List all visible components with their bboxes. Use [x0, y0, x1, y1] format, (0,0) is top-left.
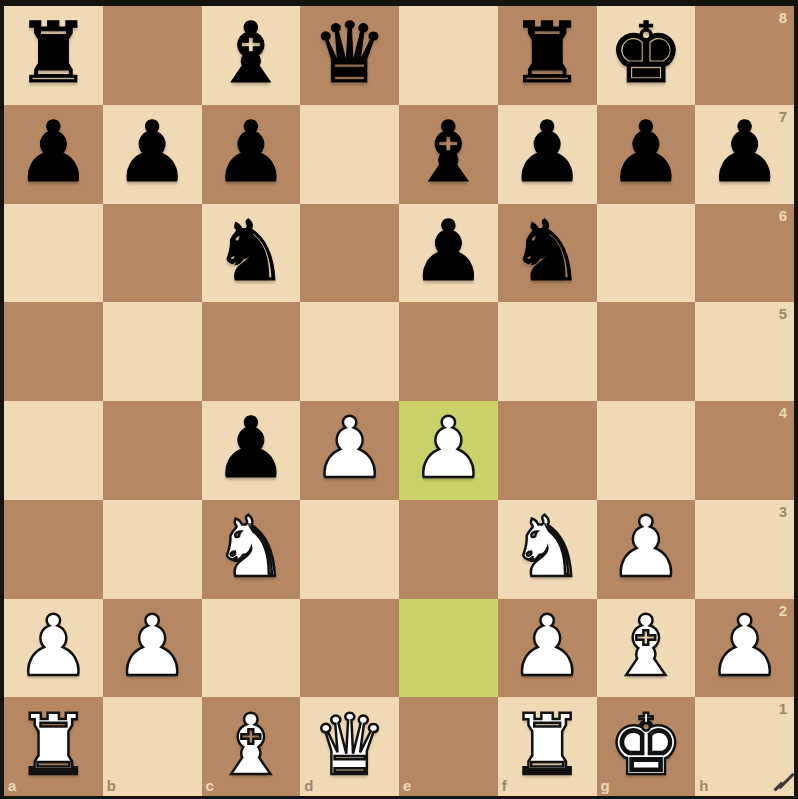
square-a4[interactable]	[4, 401, 103, 500]
white-pawn[interactable]: ♟	[300, 401, 399, 500]
black-pawn[interactable]: ♟	[202, 401, 301, 500]
square-a1[interactable]: ♜a	[4, 697, 103, 796]
white-pawn[interactable]: ♟	[498, 599, 597, 698]
square-c3[interactable]: ♞	[202, 500, 301, 599]
square-h5[interactable]: 5	[695, 302, 794, 401]
square-f6[interactable]: ♞	[498, 204, 597, 303]
black-queen[interactable]: ♛	[300, 6, 399, 105]
rank-label-1: 1	[779, 701, 787, 716]
window-frame: ♜♝♛♜♚8♟♟♟♝♟♟♟7♞♟♞65♟♟♟4♞♞♟3♟♟♟♝♟2♜ab♝c♛d…	[0, 0, 798, 799]
white-pawn[interactable]: ♟	[597, 500, 696, 599]
square-b1[interactable]: b	[103, 697, 202, 796]
square-d1[interactable]: ♛d	[300, 697, 399, 796]
square-f4[interactable]	[498, 401, 597, 500]
square-c6[interactable]: ♞	[202, 204, 301, 303]
square-b7[interactable]: ♟	[103, 105, 202, 204]
black-pawn[interactable]: ♟	[399, 204, 498, 303]
black-pawn[interactable]: ♟	[597, 105, 696, 204]
white-pawn[interactable]: ♟	[103, 599, 202, 698]
square-c5[interactable]	[202, 302, 301, 401]
square-b6[interactable]	[103, 204, 202, 303]
square-h3[interactable]: 3	[695, 500, 794, 599]
black-pawn[interactable]: ♟	[498, 105, 597, 204]
file-label-e: e	[403, 778, 411, 793]
black-rook[interactable]: ♜	[4, 6, 103, 105]
square-a2[interactable]: ♟	[4, 599, 103, 698]
file-label-h: h	[699, 778, 708, 793]
resize-handle-icon[interactable]	[768, 768, 792, 792]
black-pawn[interactable]: ♟	[202, 105, 301, 204]
white-pawn[interactable]: ♟	[399, 401, 498, 500]
black-knight[interactable]: ♞	[498, 204, 597, 303]
square-e4[interactable]: ♟	[399, 401, 498, 500]
square-d2[interactable]	[300, 599, 399, 698]
square-a5[interactable]	[4, 302, 103, 401]
square-b3[interactable]	[103, 500, 202, 599]
square-f5[interactable]	[498, 302, 597, 401]
black-pawn[interactable]: ♟	[103, 105, 202, 204]
square-g1[interactable]: ♚g	[597, 697, 696, 796]
white-king[interactable]: ♚	[597, 697, 696, 796]
square-h7[interactable]: ♟7	[695, 105, 794, 204]
black-pawn[interactable]: ♟	[695, 105, 794, 204]
black-king[interactable]: ♚	[597, 6, 696, 105]
square-h2[interactable]: ♟2	[695, 599, 794, 698]
square-e1[interactable]: e	[399, 697, 498, 796]
square-a8[interactable]: ♜	[4, 6, 103, 105]
rank-label-3: 3	[779, 504, 787, 519]
square-d7[interactable]	[300, 105, 399, 204]
square-e5[interactable]	[399, 302, 498, 401]
square-g4[interactable]	[597, 401, 696, 500]
square-h8[interactable]: 8	[695, 6, 794, 105]
square-h6[interactable]: 6	[695, 204, 794, 303]
white-bishop[interactable]: ♝	[202, 697, 301, 796]
square-a6[interactable]	[4, 204, 103, 303]
white-pawn[interactable]: ♟	[695, 599, 794, 698]
white-rook[interactable]: ♜	[4, 697, 103, 796]
square-f8[interactable]: ♜	[498, 6, 597, 105]
square-d5[interactable]	[300, 302, 399, 401]
white-knight[interactable]: ♞	[202, 500, 301, 599]
square-e6[interactable]: ♟	[399, 204, 498, 303]
white-pawn[interactable]: ♟	[4, 599, 103, 698]
square-f2[interactable]: ♟	[498, 599, 597, 698]
square-e8[interactable]	[399, 6, 498, 105]
square-g6[interactable]	[597, 204, 696, 303]
square-b8[interactable]	[103, 6, 202, 105]
square-f1[interactable]: ♜f	[498, 697, 597, 796]
square-d4[interactable]: ♟	[300, 401, 399, 500]
rank-label-5: 5	[779, 306, 787, 321]
square-e2[interactable]	[399, 599, 498, 698]
square-d6[interactable]	[300, 204, 399, 303]
black-rook[interactable]: ♜	[498, 6, 597, 105]
black-bishop[interactable]: ♝	[399, 105, 498, 204]
square-c4[interactable]: ♟	[202, 401, 301, 500]
rank-label-8: 8	[779, 10, 787, 25]
square-e3[interactable]	[399, 500, 498, 599]
square-a7[interactable]: ♟	[4, 105, 103, 204]
square-b2[interactable]: ♟	[103, 599, 202, 698]
square-b4[interactable]	[103, 401, 202, 500]
chess-board: ♜♝♛♜♚8♟♟♟♝♟♟♟7♞♟♞65♟♟♟4♞♞♟3♟♟♟♝♟2♜ab♝c♛d…	[4, 6, 794, 796]
white-rook[interactable]: ♜	[498, 697, 597, 796]
white-knight[interactable]: ♞	[498, 500, 597, 599]
square-g3[interactable]: ♟	[597, 500, 696, 599]
rank-label-6: 6	[779, 208, 787, 223]
square-g8[interactable]: ♚	[597, 6, 696, 105]
square-c1[interactable]: ♝c	[202, 697, 301, 796]
black-pawn[interactable]: ♟	[4, 105, 103, 204]
square-a3[interactable]	[4, 500, 103, 599]
rank-label-4: 4	[779, 405, 787, 420]
square-b5[interactable]	[103, 302, 202, 401]
file-label-b: b	[107, 778, 116, 793]
black-bishop[interactable]: ♝	[202, 6, 301, 105]
white-queen[interactable]: ♛	[300, 697, 399, 796]
square-c2[interactable]	[202, 599, 301, 698]
square-g7[interactable]: ♟	[597, 105, 696, 204]
square-g5[interactable]	[597, 302, 696, 401]
square-f3[interactable]: ♞	[498, 500, 597, 599]
square-e7[interactable]: ♝	[399, 105, 498, 204]
square-d8[interactable]: ♛	[300, 6, 399, 105]
square-c7[interactable]: ♟	[202, 105, 301, 204]
square-d3[interactable]	[300, 500, 399, 599]
square-h4[interactable]: 4	[695, 401, 794, 500]
square-g2[interactable]: ♝	[597, 599, 696, 698]
square-c8[interactable]: ♝	[202, 6, 301, 105]
square-f7[interactable]: ♟	[498, 105, 597, 204]
white-bishop[interactable]: ♝	[597, 599, 696, 698]
black-knight[interactable]: ♞	[202, 204, 301, 303]
